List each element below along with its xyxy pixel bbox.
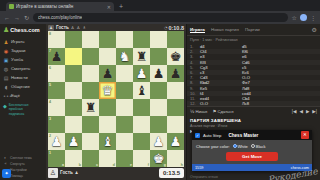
square-b7[interactable] [65, 48, 82, 65]
square-d4[interactable] [99, 99, 116, 116]
square-e3[interactable] [116, 116, 133, 133]
square-b1[interactable]: b [65, 150, 82, 167]
opponent-avatar[interactable]: ♟ [48, 25, 54, 31]
reload-icon[interactable]: ↻ [24, 14, 29, 21]
black-piece-d6[interactable]: ♟ [99, 65, 116, 82]
opponent-name[interactable]: Гость [56, 25, 69, 30]
new-tab-button[interactable]: + [119, 2, 123, 11]
square-b3[interactable] [65, 116, 82, 133]
chess-board[interactable]: 87♟♞♜♚6♟♟♟♟5♛♝4♜32♟♟♝♟♟1abcdefg♚h [48, 31, 184, 167]
nav-button[interactable]: ◀ [299, 109, 302, 114]
player-avatar[interactable]: ♙ [48, 168, 58, 178]
square-e6[interactable] [116, 65, 133, 82]
opponent-captured-pieces: ♙ ♙ ♗ [71, 25, 87, 30]
square-h3[interactable] [167, 116, 184, 133]
square-e8[interactable] [116, 31, 133, 48]
black-piece-f5[interactable]: ♝ [133, 82, 150, 99]
rank-label: 1 [49, 151, 51, 155]
settings-gear-icon[interactable]: ⚙ [312, 26, 317, 33]
tab-games[interactable]: Партии [245, 27, 260, 32]
bookmark-star-icon[interactable]: ☆ [292, 14, 297, 21]
rank-label: 3 [49, 117, 51, 121]
square-h6[interactable]: ♟ [167, 65, 184, 82]
section-line: Анализ партии · Итоги [190, 124, 317, 128]
tab-close-icon[interactable]: ✕ [107, 4, 111, 10]
square-h2[interactable]: ♟ [167, 133, 184, 150]
browser-tabstrip: Играйте в шахматы онлайн ✕ + [0, 0, 320, 11]
square-f1[interactable]: f [133, 150, 150, 167]
square-e1[interactable]: e [116, 150, 133, 167]
sidebar-icon: ▣ [3, 57, 9, 63]
opponent-clock: ◔ 0:10.8 [164, 25, 184, 31]
square-h4[interactable] [167, 99, 184, 116]
black-piece-h6[interactable]: ♟ [167, 65, 184, 82]
square-d1[interactable]: d [99, 150, 116, 167]
black-piece-c4[interactable]: ♜ [82, 99, 99, 116]
square-a7[interactable]: 7♟ [48, 48, 65, 65]
player-clock: 0:13.5 [159, 168, 184, 178]
square-a2[interactable]: 2♟ [48, 133, 65, 150]
popup-body: Choose your color: White Black Get Move [192, 140, 312, 164]
player-captured-pieces: ♟ [75, 170, 79, 175]
logo-text: Chess.com [10, 27, 39, 33]
sidebar-item-label: Задачи [11, 48, 25, 53]
rank-label: 4 [49, 100, 51, 104]
chess-master-popup: ✓ Auto Step Chess Master ✕ Choose your c… [192, 130, 312, 171]
radio-black-dot [251, 144, 255, 148]
square-a8[interactable]: 8 [48, 31, 65, 48]
square-g5[interactable] [150, 82, 167, 99]
favicon-icon [9, 4, 14, 9]
rank-label: 5 [49, 83, 51, 87]
square-c6[interactable] [82, 65, 99, 82]
square-g4[interactable] [150, 99, 167, 116]
sidebar-item-Задачи[interactable]: ◉Задачи [3, 46, 46, 55]
sidebar-item-Играть[interactable]: ♟Играть [3, 37, 46, 46]
square-b5[interactable] [65, 82, 82, 99]
popup-close-button[interactable]: ✕ [301, 131, 309, 139]
sidebar-item-Смотреть[interactable]: ◍Смотреть [3, 64, 46, 73]
rank-label: 6 [49, 66, 51, 70]
square-a6[interactable]: 6 [48, 65, 65, 82]
white-piece-a2[interactable]: ♟ [48, 133, 65, 150]
white-piece-e7[interactable]: ♞ [116, 48, 133, 65]
square-e5[interactable] [116, 82, 133, 99]
url-input[interactable]: chess.com/play/online [33, 13, 288, 22]
feedback-link[interactable]: Отправить отзыв [190, 175, 218, 179]
diamond-icon: ◆ [3, 103, 7, 116]
square-c5[interactable] [82, 82, 99, 99]
black-piece-f7[interactable]: ♜ [133, 48, 150, 65]
tab-title: Играйте в шахматы онлайн [16, 4, 105, 9]
sidebar-item-Новости[interactable]: ▤Новости [3, 73, 46, 82]
black-piece-h7[interactable]: ♚ [167, 48, 184, 65]
sidebar-item-Ещё[interactable]: •••Ещё [3, 91, 46, 100]
popup-title: Chess Master [228, 133, 258, 138]
sidebar-item-Учеба[interactable]: ▣Учеба [3, 55, 46, 64]
color-label: Choose your color: [196, 144, 230, 149]
square-d8[interactable] [99, 31, 116, 48]
game-actions: ½ Ничья ⚑ Сдаться |◀◀▶▶| [187, 106, 320, 116]
radio-white-dot [233, 144, 237, 148]
move-nav-buttons[interactable]: |◀◀▶▶| [292, 109, 317, 114]
square-e2[interactable] [116, 133, 133, 150]
radio-black[interactable]: Black [251, 144, 266, 149]
popup-titlebar: ✓ Auto Step Chess Master ✕ [192, 130, 312, 140]
game-panel: Играть Новая партия Партии ⚙ Пуля · 1 ми… [186, 24, 320, 180]
square-g6[interactable]: ♟ [150, 65, 167, 82]
square-b8[interactable] [65, 31, 82, 48]
sidebar-icon: ♟ [3, 39, 9, 45]
radio-white[interactable]: White [233, 144, 248, 149]
square-a1[interactable]: 1a [48, 150, 65, 167]
white-piece-d5[interactable]: ♛ [99, 82, 116, 99]
sidebar-item-label: Учеба [11, 57, 23, 62]
resign-flag-icon: ⚑ [212, 109, 216, 114]
square-g7[interactable] [150, 48, 167, 65]
square-b2[interactable]: ♟ [65, 133, 82, 150]
square-g1[interactable]: g♚ [150, 150, 167, 167]
sidebar-icon: ••• [3, 93, 9, 99]
screen: Играйте в шахматы онлайн ✕ + ← → ↻ chess… [0, 0, 320, 180]
square-a4[interactable]: 4 [48, 99, 65, 116]
white-piece-d2[interactable]: ♝ [99, 133, 116, 150]
autostep-label: Auto Step [203, 133, 221, 138]
square-f5[interactable]: ♝ [133, 82, 150, 99]
square-a3[interactable]: 3 [48, 116, 65, 133]
square-g8[interactable] [150, 31, 167, 48]
resign-button[interactable]: ⚑ Сдаться [212, 109, 233, 114]
rank-label: 8 [49, 32, 51, 36]
nav-button[interactable]: ▶ [306, 109, 309, 114]
game-type-subtitle: Пуля · 1 мин · Рейтинговая [187, 36, 320, 44]
white-piece-g2[interactable]: ♟ [150, 133, 167, 150]
sidebar-item-label: Смотреть [11, 66, 30, 71]
browser-menu-icon[interactable]: ⋮ [310, 14, 316, 21]
sidebar-item-label: Ещё [11, 93, 20, 98]
get-move-button[interactable]: Get Move [226, 152, 278, 161]
square-d6[interactable]: ♟ [99, 65, 116, 82]
square-e7[interactable]: ♞ [116, 48, 133, 65]
white-piece-f6[interactable]: ♟ [133, 65, 150, 82]
black-piece-g6[interactable]: ♟ [150, 65, 167, 82]
square-h5[interactable] [167, 82, 184, 99]
tab-play[interactable]: Играть [190, 27, 205, 33]
square-e4[interactable] [116, 99, 133, 116]
square-d2[interactable]: ♝ [99, 133, 116, 150]
player-name[interactable]: Гость [60, 170, 73, 175]
autostep-checkbox[interactable]: ✓ [195, 133, 200, 138]
status-left: 1559 [195, 166, 203, 170]
square-c4[interactable]: ♜ [82, 99, 99, 116]
square-b6[interactable] [65, 65, 82, 82]
square-c8[interactable] [82, 31, 99, 48]
square-c7[interactable] [82, 48, 99, 65]
square-f7[interactable]: ♜ [133, 48, 150, 65]
square-d7[interactable] [99, 48, 116, 65]
sidebar-item-Общение[interactable]: ◖Общение [3, 82, 46, 91]
square-a5[interactable]: 5 [48, 82, 65, 99]
square-f2[interactable] [133, 133, 150, 150]
square-f8[interactable] [133, 31, 150, 48]
player-bar: ♙ Гость ♟ 0:13.5 [48, 166, 184, 179]
extension-badge[interactable]: ✦ [2, 169, 11, 178]
sidebar-icon: ▤ [3, 75, 9, 81]
white-piece-g1[interactable]: ♚ [150, 150, 167, 167]
sidebar-trial-banner[interactable]: ◆ Бесплатная пробная подписка [3, 103, 46, 116]
trial-text: Бесплатная пробная подписка [9, 103, 39, 116]
sidebar-item-label: Новости [11, 75, 28, 80]
square-d5[interactable]: ♛ [99, 82, 116, 99]
chesscom-logo[interactable]: ♟ Chess.com [3, 26, 46, 34]
clock-icon: ◔ [164, 25, 168, 30]
square-c2[interactable] [82, 133, 99, 150]
opponent-clock-time: 0:10.8 [168, 25, 184, 31]
square-c3[interactable] [82, 116, 99, 133]
nav-button[interactable]: |◀ [292, 109, 297, 114]
forward-icon[interactable]: → [14, 15, 20, 21]
sidebar-item-label: Общение [11, 84, 30, 89]
browser-tab[interactable]: Играйте в шахматы онлайн ✕ [6, 2, 114, 11]
square-h1[interactable]: h [167, 150, 184, 167]
sidebar: ♟ Chess.com ♟Играть◉Задачи▣Учеба◍Смотрет… [0, 24, 46, 180]
square-f4[interactable] [133, 99, 150, 116]
logo-pawn-icon: ♟ [3, 26, 9, 34]
square-d3[interactable] [99, 116, 116, 133]
move-list[interactable]: 1.d4d52.Сf4Кf63.e3e64.Кf3Сd65.Сg3c56.c3К… [187, 44, 320, 106]
black-piece-a7[interactable]: ♟ [48, 48, 65, 65]
sidebar-item-label: Играть [11, 39, 25, 44]
square-h7[interactable]: ♚ [167, 48, 184, 65]
url-text: chess.com/play/online [38, 15, 82, 20]
draw-icon: ½ [190, 109, 194, 114]
square-h8[interactable] [167, 31, 184, 48]
square-c1[interactable]: c [82, 150, 99, 167]
tab-new-game[interactable]: Новая партия [211, 27, 239, 32]
board-area: ♟ Гость ♙ ♙ ♗ ◔ 0:10.8 87♟♞♜♚6♟♟♟♟5♛♝4♜3… [46, 24, 186, 180]
back-icon[interactable]: ← [4, 15, 10, 21]
browser-addressbar: ← → ↻ chess.com/play/online ☆ ⋮ [0, 11, 320, 24]
square-g3[interactable] [150, 116, 167, 133]
square-g2[interactable]: ♟ [150, 133, 167, 150]
section-finished-heading: ПАРТИЯ ЗАВЕРШЕНА [190, 118, 317, 123]
sidebar-icon: ◉ [3, 48, 9, 54]
white-piece-b2[interactable]: ♟ [65, 133, 82, 150]
panel-tabs: Играть Новая партия Партии ⚙ [187, 24, 320, 36]
draw-button[interactable]: ½ Ничья [190, 109, 207, 114]
white-piece-h2[interactable]: ♟ [167, 133, 184, 150]
sidebar-icon: ◖ [3, 84, 9, 90]
square-b4[interactable] [65, 99, 82, 116]
square-f3[interactable] [133, 116, 150, 133]
square-f6[interactable]: ♟ [133, 65, 150, 82]
browser-profile-avatar[interactable] [300, 14, 307, 21]
sidebar-icon: ◍ [3, 66, 9, 72]
nav-button[interactable]: ▶| [312, 109, 317, 114]
opponent-bar: ♟ Гость ♙ ♙ ♗ ◔ 0:10.8 [48, 24, 184, 31]
